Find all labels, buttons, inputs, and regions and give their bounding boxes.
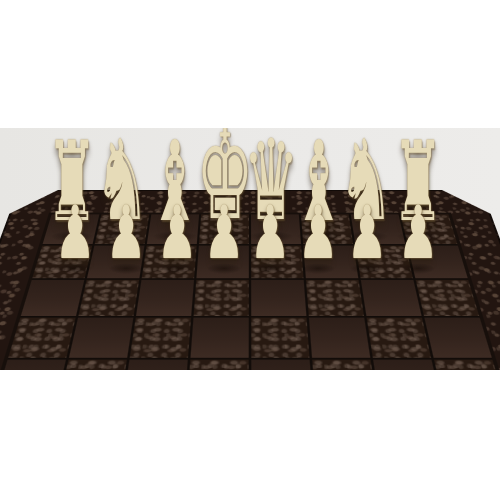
square-d5	[251, 360, 313, 370]
square-c3	[306, 280, 364, 316]
square-e5	[187, 360, 249, 370]
square-c2	[303, 246, 358, 279]
square-c1	[301, 214, 353, 244]
square-e3	[194, 280, 249, 316]
square-g1	[95, 214, 150, 244]
square-d4	[251, 318, 309, 358]
square-f1	[147, 214, 199, 244]
square-h3	[21, 280, 85, 316]
square-b1	[351, 214, 406, 244]
square-f5	[123, 360, 188, 370]
square-a1	[401, 214, 458, 244]
checker-field	[0, 214, 500, 370]
square-h1	[43, 214, 100, 244]
square-g4	[69, 318, 133, 358]
backdrop: ♜♞♝♚♛♝♞♜♟♟♟♟♟♟♟♟	[0, 128, 500, 370]
square-d2	[251, 246, 303, 279]
square-a2	[408, 246, 468, 279]
square-f3	[136, 280, 194, 316]
square-b2	[356, 246, 413, 279]
square-g3	[78, 280, 139, 316]
square-b3	[361, 280, 422, 316]
square-a4	[424, 318, 491, 358]
chessboard	[0, 190, 500, 370]
square-e4	[190, 318, 248, 358]
square-h5	[0, 360, 66, 370]
square-a5	[434, 360, 500, 370]
square-a3	[416, 280, 480, 316]
square-h2	[32, 246, 92, 279]
square-g2	[87, 246, 144, 279]
square-e1	[199, 214, 249, 244]
square-b5	[373, 360, 442, 370]
square-f4	[130, 318, 191, 358]
square-b4	[367, 318, 431, 358]
square-g5	[58, 360, 127, 370]
square-f2	[142, 246, 197, 279]
square-c5	[312, 360, 377, 370]
square-h4	[8, 318, 75, 358]
square-e2	[196, 246, 248, 279]
square-d1	[251, 214, 301, 244]
square-c4	[309, 318, 370, 358]
square-d3	[251, 280, 306, 316]
auction-photo: ♜♞♝♚♛♝♞♜♟♟♟♟♟♟♟♟	[0, 0, 500, 500]
